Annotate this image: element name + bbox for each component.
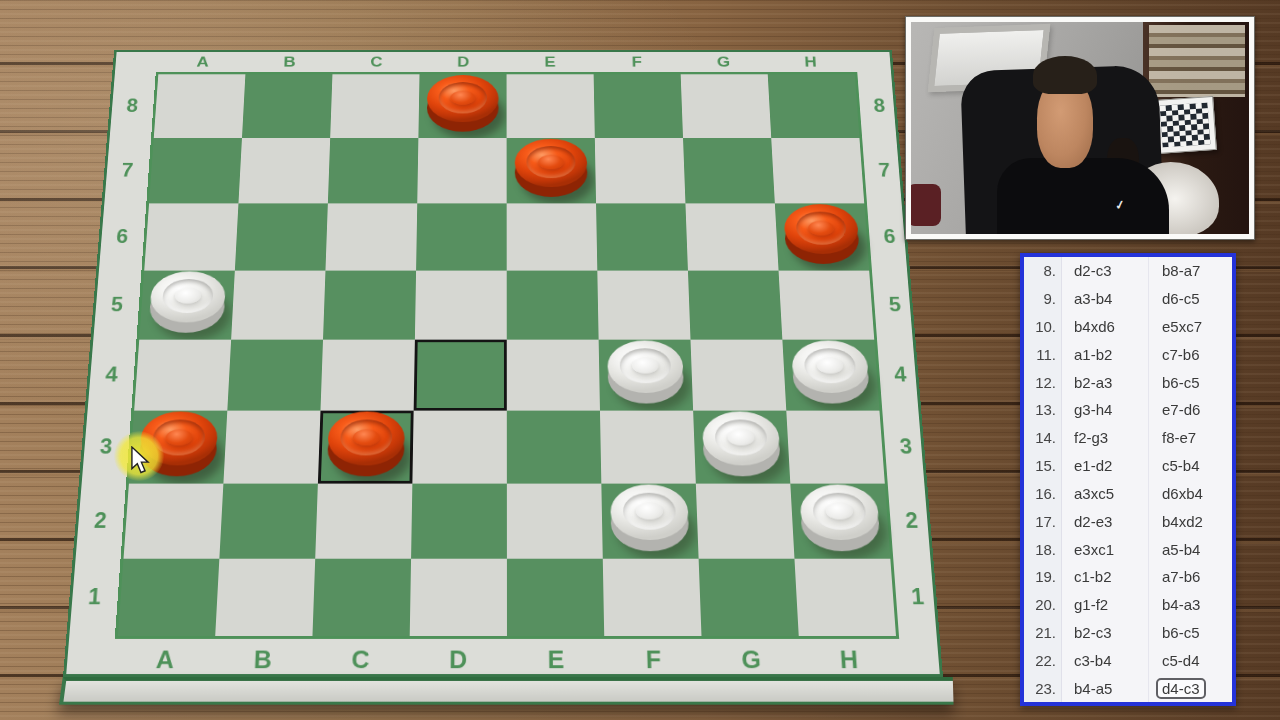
black-move[interactable]: b4xd2 xyxy=(1149,507,1232,535)
white-checker-p-hub xyxy=(632,357,659,373)
file-labels-top: ABCDEFGH xyxy=(159,52,855,71)
square-a4[interactable] xyxy=(134,340,231,411)
square-c4[interactable] xyxy=(320,340,414,411)
selected-move[interactable]: d4-c3 xyxy=(1156,678,1206,699)
black-move[interactable]: b6-c5 xyxy=(1149,368,1232,396)
square-g3[interactable] xyxy=(693,411,790,484)
rank-label-4: 4 xyxy=(88,340,136,411)
black-move[interactable]: d6xb4 xyxy=(1149,480,1232,508)
move-number: 8. xyxy=(1024,257,1062,285)
square-h8[interactable] xyxy=(768,74,860,138)
white-move[interactable]: e1-d2 xyxy=(1062,452,1149,480)
red-checker-d8[interactable] xyxy=(424,72,501,135)
file-label-d: D xyxy=(409,640,507,679)
black-move[interactable]: a7-b6 xyxy=(1149,563,1232,591)
square-a2[interactable] xyxy=(124,484,224,559)
square-e1[interactable] xyxy=(507,559,604,636)
square-e8[interactable] xyxy=(507,74,595,138)
square-h1[interactable] xyxy=(794,559,896,636)
wall-checkerboard xyxy=(1153,96,1217,154)
rank-label-1: 1 xyxy=(893,559,942,636)
red-checker-p-top xyxy=(427,75,499,122)
red-checker-p-top xyxy=(515,138,588,186)
square-d2[interactable] xyxy=(411,484,507,559)
white-move[interactable]: c3-b4 xyxy=(1062,646,1149,674)
white-checker-h4[interactable] xyxy=(788,337,874,407)
square-b8[interactable] xyxy=(242,74,332,138)
move-row-17: 17.d2-e3b4xd2 xyxy=(1024,507,1232,535)
red-object xyxy=(911,184,941,226)
square-c6[interactable] xyxy=(325,203,417,270)
white-move[interactable]: a3xc5 xyxy=(1062,480,1149,508)
file-label-a: A xyxy=(159,52,247,71)
file-label-g: G xyxy=(702,640,801,679)
white-move[interactable]: b2-c3 xyxy=(1062,619,1149,647)
square-c5[interactable] xyxy=(323,271,416,340)
square-d4[interactable] xyxy=(414,340,507,411)
square-h6[interactable] xyxy=(775,203,869,270)
rank-label-7: 7 xyxy=(104,138,150,203)
rank-label-6: 6 xyxy=(99,203,145,270)
move-row-20: 20.g1-f2b4-a3 xyxy=(1024,591,1232,619)
white-checker-g3[interactable] xyxy=(699,407,785,479)
move-number: 16. xyxy=(1024,480,1062,508)
white-checker-a5[interactable] xyxy=(145,268,229,336)
white-move[interactable]: g1-f2 xyxy=(1062,591,1149,619)
square-b2[interactable] xyxy=(219,484,318,559)
square-h2[interactable] xyxy=(790,484,890,559)
square-f2[interactable] xyxy=(601,484,698,559)
board-frame: ABCDEFGH 87654321 87654321 ABCDEFGH xyxy=(63,50,943,677)
move-row-10: 10.b4xd6e5xc7 xyxy=(1024,313,1232,341)
white-move[interactable]: c1-b2 xyxy=(1062,563,1149,591)
webcam-frame: ✓ xyxy=(911,22,1249,234)
black-move[interactable]: e7-d6 xyxy=(1149,396,1232,424)
square-e7[interactable] xyxy=(507,138,596,203)
square-h3[interactable] xyxy=(786,411,885,484)
red-checker-c3[interactable] xyxy=(324,407,408,479)
square-a7[interactable] xyxy=(149,138,242,203)
red-checker-e7[interactable] xyxy=(512,135,591,200)
rank-label-5: 5 xyxy=(93,271,140,340)
move-number: 11. xyxy=(1024,340,1062,368)
square-f8[interactable] xyxy=(594,74,683,138)
rank-label-8: 8 xyxy=(857,74,901,138)
square-h7[interactable] xyxy=(771,138,864,203)
move-number: 13. xyxy=(1024,396,1062,424)
white-checker-p-top xyxy=(607,340,684,392)
square-b6[interactable] xyxy=(235,203,328,270)
file-labels-bottom: ABCDEFGH xyxy=(115,640,899,679)
move-list: 8.d2-c3b8-a79.a3-b4d6-c510.b4xd6e5xc711.… xyxy=(1024,257,1232,702)
square-d7[interactable] xyxy=(417,138,506,203)
square-e5[interactable] xyxy=(507,271,599,340)
square-e4[interactable] xyxy=(507,340,600,411)
move-row-8: 8.d2-c3b8-a7 xyxy=(1024,257,1232,285)
square-d8[interactable] xyxy=(418,74,506,138)
file-label-g: G xyxy=(680,52,768,71)
rank-label-2: 2 xyxy=(76,484,125,559)
file-label-h: H xyxy=(799,640,899,679)
square-c3[interactable] xyxy=(318,411,414,484)
file-label-e: E xyxy=(507,640,605,679)
move-number: 23. xyxy=(1024,674,1062,702)
checkers-board: ABCDEFGH 87654321 87654321 ABCDEFGH xyxy=(63,50,943,677)
board-edge-bevel xyxy=(59,677,954,705)
file-label-f: F xyxy=(604,640,703,679)
square-g1[interactable] xyxy=(699,559,799,636)
square-d1[interactable] xyxy=(410,559,507,636)
move-number: 20. xyxy=(1024,591,1062,619)
checkers-app-screen: ABCDEFGH 87654321 87654321 ABCDEFGH xyxy=(0,0,1280,720)
rank-label-8: 8 xyxy=(110,74,155,138)
square-g7[interactable] xyxy=(683,138,775,203)
rank-label-7: 7 xyxy=(862,138,907,203)
white-move[interactable]: d2-c3 xyxy=(1062,257,1149,285)
move-number: 22. xyxy=(1024,646,1062,674)
square-f1[interactable] xyxy=(603,559,702,636)
square-a1[interactable] xyxy=(118,559,219,636)
white-move[interactable]: f2-g3 xyxy=(1062,424,1149,452)
white-move[interactable]: a3-b4 xyxy=(1062,285,1149,313)
square-g8[interactable] xyxy=(681,74,772,138)
move-number: 17. xyxy=(1024,507,1062,535)
white-move[interactable]: e3xc1 xyxy=(1062,535,1149,563)
person-head xyxy=(1031,56,1099,174)
black-move[interactable]: c5-b4 xyxy=(1149,452,1232,480)
black-move[interactable]: f8-e7 xyxy=(1149,424,1232,452)
move-row-13: 13.g3-h4e7-d6 xyxy=(1024,396,1232,424)
white-checker-p-hub xyxy=(727,429,755,445)
move-number: 19. xyxy=(1024,563,1062,591)
red-checker-p-hub xyxy=(450,90,475,104)
square-d3[interactable] xyxy=(412,411,506,484)
square-g2[interactable] xyxy=(696,484,795,559)
white-move[interactable]: d2-e3 xyxy=(1062,507,1149,535)
board-grid xyxy=(115,72,899,639)
person-hair xyxy=(1033,56,1097,94)
move-number: 14. xyxy=(1024,424,1062,452)
file-label-a: A xyxy=(115,640,215,679)
mouse-cursor-icon xyxy=(130,446,150,478)
move-list-panel: 8.d2-c3b8-a79.a3-b4d6-c510.b4xd6e5xc711.… xyxy=(1020,253,1236,706)
square-c7[interactable] xyxy=(328,138,419,203)
black-move[interactable]: c7-b6 xyxy=(1149,340,1232,368)
square-h4[interactable] xyxy=(782,340,879,411)
square-b4[interactable] xyxy=(227,340,323,411)
square-c2[interactable] xyxy=(315,484,412,559)
move-row-23: 23.b4-a5d4-c3 xyxy=(1024,674,1232,702)
white-checker-p-hub xyxy=(816,357,843,373)
file-label-b: B xyxy=(246,52,334,71)
square-e6[interactable] xyxy=(507,203,598,270)
white-move[interactable]: b4xd6 xyxy=(1062,313,1149,341)
square-b1[interactable] xyxy=(215,559,315,636)
move-row-11: 11.a1-b2c7-b6 xyxy=(1024,340,1232,368)
black-move[interactable]: b4-a3 xyxy=(1149,591,1232,619)
move-row-18: 18.e3xc1a5-b4 xyxy=(1024,535,1232,563)
square-a8[interactable] xyxy=(154,74,246,138)
black-move[interactable]: b8-a7 xyxy=(1149,257,1232,285)
white-checker-p-hub xyxy=(636,502,664,519)
red-checker-p-hub xyxy=(538,154,563,168)
file-label-f: F xyxy=(593,52,680,71)
black-move[interactable]: d6-c5 xyxy=(1149,285,1232,313)
move-row-14: 14.f2-g3f8-e7 xyxy=(1024,424,1232,452)
move-row-12: 12.b2-a3b6-c5 xyxy=(1024,368,1232,396)
square-g4[interactable] xyxy=(690,340,786,411)
black-move[interactable]: e5xc7 xyxy=(1149,313,1232,341)
white-move[interactable]: g3-h4 xyxy=(1062,396,1149,424)
black-move[interactable]: a5-b4 xyxy=(1149,535,1232,563)
red-checker-p-hub xyxy=(808,220,835,235)
white-checker-f4[interactable] xyxy=(604,337,687,407)
move-row-21: 21.b2-c3b6-c5 xyxy=(1024,619,1232,647)
books-papers xyxy=(1149,25,1245,97)
square-d6[interactable] xyxy=(416,203,507,270)
red-checker-h6[interactable] xyxy=(780,201,863,267)
white-move[interactable]: b4-a5 xyxy=(1062,674,1149,702)
square-e3[interactable] xyxy=(507,411,602,484)
square-e2[interactable] xyxy=(507,484,603,559)
square-b3[interactable] xyxy=(223,411,320,484)
square-c8[interactable] xyxy=(330,74,419,138)
black-move[interactable]: b6-c5 xyxy=(1149,619,1232,647)
move-row-16: 16.a3xc5d6xb4 xyxy=(1024,480,1232,508)
move-number: 21. xyxy=(1024,619,1062,647)
rank-label-5: 5 xyxy=(872,271,918,340)
square-f7[interactable] xyxy=(595,138,686,203)
move-row-22: 22.c3-b4c5-d4 xyxy=(1024,646,1232,674)
square-b5[interactable] xyxy=(231,271,325,340)
move-number: 18. xyxy=(1024,535,1062,563)
black-move[interactable]: d4-c3 xyxy=(1149,674,1232,702)
rank-label-1: 1 xyxy=(69,559,119,636)
square-f6[interactable] xyxy=(596,203,688,270)
square-c1[interactable] xyxy=(312,559,411,636)
file-label-d: D xyxy=(420,52,507,71)
white-checker-p-top xyxy=(610,484,689,539)
square-f4[interactable] xyxy=(599,340,694,411)
square-a5[interactable] xyxy=(139,271,235,340)
file-label-c: C xyxy=(311,640,410,679)
rank-label-3: 3 xyxy=(882,411,930,484)
move-row-9: 9.a3-b4d6-c5 xyxy=(1024,285,1232,313)
white-checker-f2[interactable] xyxy=(607,480,693,554)
white-checker-p-hub xyxy=(825,502,853,519)
move-row-15: 15.e1-d2c5-b4 xyxy=(1024,452,1232,480)
webcam-video: ✓ xyxy=(905,16,1255,240)
white-checker-p-top xyxy=(702,411,781,465)
black-move[interactable]: c5-d4 xyxy=(1149,646,1232,674)
move-row-19: 19.c1-b2a7-b6 xyxy=(1024,563,1232,591)
file-label-e: E xyxy=(507,52,594,71)
rank-label-2: 2 xyxy=(888,484,937,559)
white-checker-h2[interactable] xyxy=(796,480,884,554)
move-number: 10. xyxy=(1024,313,1062,341)
file-label-b: B xyxy=(213,640,312,679)
white-move[interactable]: a1-b2 xyxy=(1062,340,1149,368)
square-h5[interactable] xyxy=(779,271,875,340)
file-label-h: H xyxy=(766,52,854,71)
square-b7[interactable] xyxy=(238,138,330,203)
move-number: 15. xyxy=(1024,452,1062,480)
square-f3[interactable] xyxy=(600,411,696,484)
square-g5[interactable] xyxy=(688,271,782,340)
rank-label-4: 4 xyxy=(877,340,924,411)
file-label-c: C xyxy=(333,52,420,71)
square-g6[interactable] xyxy=(685,203,778,270)
square-a6[interactable] xyxy=(144,203,238,270)
move-number: 9. xyxy=(1024,285,1062,313)
square-f5[interactable] xyxy=(597,271,690,340)
white-move[interactable]: b2-a3 xyxy=(1062,368,1149,396)
move-number: 12. xyxy=(1024,368,1062,396)
square-d5[interactable] xyxy=(415,271,507,340)
